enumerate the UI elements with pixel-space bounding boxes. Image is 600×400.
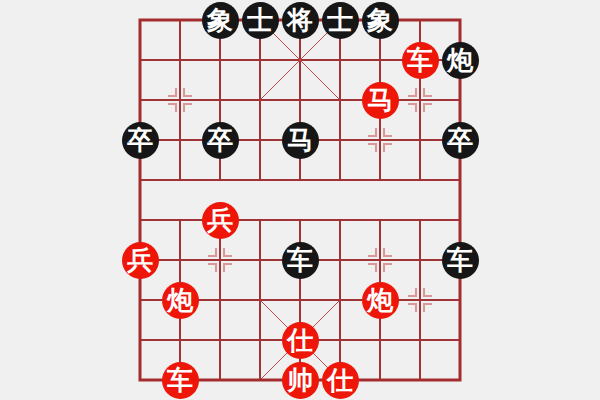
point-f3-r9[interactable] bbox=[240, 360, 280, 400]
point-f0-r4[interactable] bbox=[120, 160, 160, 200]
point-f8-r7[interactable] bbox=[440, 280, 480, 320]
board-intersections: 象士将士象车炮马卒卒马卒兵兵车车炮炮仕车帅仕 bbox=[120, 0, 480, 400]
black-pawn[interactable]: 卒 bbox=[122, 122, 159, 159]
point-f3-r7[interactable] bbox=[240, 280, 280, 320]
black-elephant[interactable]: 象 bbox=[362, 2, 399, 39]
red-rook[interactable]: 车 bbox=[162, 362, 199, 399]
point-f4-r1[interactable] bbox=[280, 40, 320, 80]
point-f6-r9[interactable] bbox=[360, 360, 400, 400]
point-f3-r0[interactable]: 士 bbox=[240, 0, 280, 40]
point-f5-r0[interactable]: 士 bbox=[320, 0, 360, 40]
point-f6-r3[interactable] bbox=[360, 120, 400, 160]
xiangqi-board: 象士将士象车炮马卒卒马卒兵兵车车炮炮仕车帅仕 bbox=[0, 0, 600, 400]
point-f5-r7[interactable] bbox=[320, 280, 360, 320]
point-f1-r2[interactable] bbox=[160, 80, 200, 120]
point-f4-r6[interactable]: 车 bbox=[280, 240, 320, 280]
black-horse[interactable]: 马 bbox=[282, 122, 319, 159]
point-f3-r5[interactable] bbox=[240, 200, 280, 240]
point-f2-r4[interactable] bbox=[200, 160, 240, 200]
point-f1-r4[interactable] bbox=[160, 160, 200, 200]
point-f1-r9[interactable]: 车 bbox=[160, 360, 200, 400]
point-f8-r5[interactable] bbox=[440, 200, 480, 240]
red-rook[interactable]: 车 bbox=[402, 42, 439, 79]
point-f7-r4[interactable] bbox=[400, 160, 440, 200]
red-advisor[interactable]: 仕 bbox=[282, 322, 319, 359]
point-f7-r8[interactable] bbox=[400, 320, 440, 360]
red-cannon[interactable]: 炮 bbox=[362, 282, 399, 319]
point-f2-r9[interactable] bbox=[200, 360, 240, 400]
point-f5-r6[interactable] bbox=[320, 240, 360, 280]
point-f0-r5[interactable] bbox=[120, 200, 160, 240]
red-cannon[interactable]: 炮 bbox=[162, 282, 199, 319]
point-f6-r6[interactable] bbox=[360, 240, 400, 280]
point-f1-r7[interactable]: 炮 bbox=[160, 280, 200, 320]
black-rook[interactable]: 车 bbox=[442, 242, 479, 279]
point-f5-r1[interactable] bbox=[320, 40, 360, 80]
point-f8-r1[interactable]: 炮 bbox=[440, 40, 480, 80]
point-f8-r9[interactable] bbox=[440, 360, 480, 400]
point-f8-r6[interactable]: 车 bbox=[440, 240, 480, 280]
point-f6-r0[interactable]: 象 bbox=[360, 0, 400, 40]
point-f3-r6[interactable] bbox=[240, 240, 280, 280]
black-rook[interactable]: 车 bbox=[282, 242, 319, 279]
point-f5-r4[interactable] bbox=[320, 160, 360, 200]
point-f2-r7[interactable] bbox=[200, 280, 240, 320]
point-f4-r7[interactable] bbox=[280, 280, 320, 320]
point-f6-r5[interactable] bbox=[360, 200, 400, 240]
point-f3-r2[interactable] bbox=[240, 80, 280, 120]
black-elephant[interactable]: 象 bbox=[202, 2, 239, 39]
point-f6-r2[interactable]: 马 bbox=[360, 80, 400, 120]
point-f5-r8[interactable] bbox=[320, 320, 360, 360]
red-pawn[interactable]: 兵 bbox=[202, 202, 239, 239]
black-cannon[interactable]: 炮 bbox=[442, 42, 479, 79]
point-f2-r5[interactable]: 兵 bbox=[200, 200, 240, 240]
point-f1-r5[interactable] bbox=[160, 200, 200, 240]
point-f1-r8[interactable] bbox=[160, 320, 200, 360]
point-f7-r3[interactable] bbox=[400, 120, 440, 160]
point-f3-r3[interactable] bbox=[240, 120, 280, 160]
point-f3-r8[interactable] bbox=[240, 320, 280, 360]
red-king[interactable]: 帅 bbox=[282, 362, 319, 399]
black-pawn[interactable]: 卒 bbox=[442, 122, 479, 159]
black-king[interactable]: 将 bbox=[282, 2, 319, 39]
red-advisor[interactable]: 仕 bbox=[322, 362, 359, 399]
point-f0-r8[interactable] bbox=[120, 320, 160, 360]
black-pawn[interactable]: 卒 bbox=[202, 122, 239, 159]
point-f0-r6[interactable]: 兵 bbox=[120, 240, 160, 280]
point-f3-r4[interactable] bbox=[240, 160, 280, 200]
point-f1-r6[interactable] bbox=[160, 240, 200, 280]
point-f6-r1[interactable] bbox=[360, 40, 400, 80]
point-f8-r4[interactable] bbox=[440, 160, 480, 200]
point-f0-r9[interactable] bbox=[120, 360, 160, 400]
black-advisor[interactable]: 士 bbox=[322, 2, 359, 39]
point-f2-r2[interactable] bbox=[200, 80, 240, 120]
point-f0-r3[interactable]: 卒 bbox=[120, 120, 160, 160]
point-f4-r4[interactable] bbox=[280, 160, 320, 200]
point-f2-r8[interactable] bbox=[200, 320, 240, 360]
point-f4-r0[interactable]: 将 bbox=[280, 0, 320, 40]
point-f6-r8[interactable] bbox=[360, 320, 400, 360]
point-f4-r3[interactable]: 马 bbox=[280, 120, 320, 160]
point-f5-r9[interactable]: 仕 bbox=[320, 360, 360, 400]
point-f7-r2[interactable] bbox=[400, 80, 440, 120]
point-f7-r0[interactable] bbox=[400, 0, 440, 40]
point-f2-r0[interactable]: 象 bbox=[200, 0, 240, 40]
point-f7-r5[interactable] bbox=[400, 200, 440, 240]
point-f5-r3[interactable] bbox=[320, 120, 360, 160]
point-f0-r7[interactable] bbox=[120, 280, 160, 320]
point-f4-r5[interactable] bbox=[280, 200, 320, 240]
point-f2-r6[interactable] bbox=[200, 240, 240, 280]
point-f4-r9[interactable]: 帅 bbox=[280, 360, 320, 400]
point-f3-r1[interactable] bbox=[240, 40, 280, 80]
point-f1-r1[interactable] bbox=[160, 40, 200, 80]
point-f8-r8[interactable] bbox=[440, 320, 480, 360]
point-f7-r6[interactable] bbox=[400, 240, 440, 280]
point-f6-r4[interactable] bbox=[360, 160, 400, 200]
point-f4-r2[interactable] bbox=[280, 80, 320, 120]
black-advisor[interactable]: 士 bbox=[242, 2, 279, 39]
point-f7-r9[interactable] bbox=[400, 360, 440, 400]
red-pawn[interactable]: 兵 bbox=[122, 242, 159, 279]
point-f0-r2[interactable] bbox=[120, 80, 160, 120]
point-f1-r0[interactable] bbox=[160, 0, 200, 40]
point-f8-r3[interactable]: 卒 bbox=[440, 120, 480, 160]
point-f4-r8[interactable]: 仕 bbox=[280, 320, 320, 360]
point-f5-r2[interactable] bbox=[320, 80, 360, 120]
point-f2-r1[interactable] bbox=[200, 40, 240, 80]
point-f6-r7[interactable]: 炮 bbox=[360, 280, 400, 320]
point-f7-r7[interactable] bbox=[400, 280, 440, 320]
point-f8-r2[interactable] bbox=[440, 80, 480, 120]
point-f2-r3[interactable]: 卒 bbox=[200, 120, 240, 160]
point-f5-r5[interactable] bbox=[320, 200, 360, 240]
point-f8-r0[interactable] bbox=[440, 0, 480, 40]
point-f0-r1[interactable] bbox=[120, 40, 160, 80]
point-f1-r3[interactable] bbox=[160, 120, 200, 160]
red-horse[interactable]: 马 bbox=[362, 82, 399, 119]
point-f7-r1[interactable]: 车 bbox=[400, 40, 440, 80]
point-f0-r0[interactable] bbox=[120, 0, 160, 40]
